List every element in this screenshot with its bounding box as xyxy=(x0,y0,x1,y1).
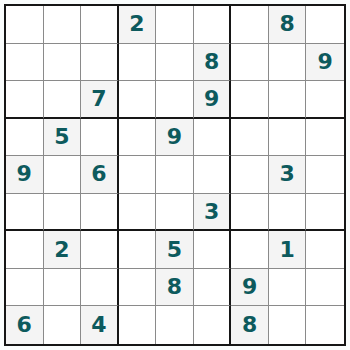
cell-r7c4-empty[interactable] xyxy=(119,231,157,269)
cell-r2c6-given: 8 xyxy=(194,44,232,82)
cell-r6c9-empty[interactable] xyxy=(306,194,344,232)
cell-r9c8-empty[interactable] xyxy=(269,306,307,344)
cell-r4c9-empty[interactable] xyxy=(306,119,344,157)
cell-r1c5-empty[interactable] xyxy=(156,6,194,44)
cell-r8c1-empty[interactable] xyxy=(6,269,44,307)
sudoku-board: 28897959963325189648 xyxy=(4,4,346,346)
cell-r9c3-given: 4 xyxy=(81,306,119,344)
cell-r4c4-empty[interactable] xyxy=(119,119,157,157)
cell-r1c7-empty[interactable] xyxy=(231,6,269,44)
cell-r4c1-empty[interactable] xyxy=(6,119,44,157)
cell-r5c7-empty[interactable] xyxy=(231,156,269,194)
cell-r6c8-empty[interactable] xyxy=(269,194,307,232)
cell-r2c9-given: 9 xyxy=(306,44,344,82)
cell-r3c5-empty[interactable] xyxy=(156,81,194,119)
cell-r9c4-empty[interactable] xyxy=(119,306,157,344)
cell-r9c9-empty[interactable] xyxy=(306,306,344,344)
cell-r6c5-empty[interactable] xyxy=(156,194,194,232)
cell-r8c7-given: 9 xyxy=(231,269,269,307)
cell-r9c2-empty[interactable] xyxy=(44,306,82,344)
cell-r5c4-empty[interactable] xyxy=(119,156,157,194)
cell-r3c2-empty[interactable] xyxy=(44,81,82,119)
cell-r7c5-given: 5 xyxy=(156,231,194,269)
cell-r3c9-empty[interactable] xyxy=(306,81,344,119)
cell-r7c9-empty[interactable] xyxy=(306,231,344,269)
cell-r2c5-empty[interactable] xyxy=(156,44,194,82)
cell-r1c9-empty[interactable] xyxy=(306,6,344,44)
cell-r6c4-empty[interactable] xyxy=(119,194,157,232)
cell-r6c1-empty[interactable] xyxy=(6,194,44,232)
cell-r2c7-empty[interactable] xyxy=(231,44,269,82)
cell-r3c7-empty[interactable] xyxy=(231,81,269,119)
cell-r3c8-empty[interactable] xyxy=(269,81,307,119)
cell-r9c1-given: 6 xyxy=(6,306,44,344)
cell-r2c3-empty[interactable] xyxy=(81,44,119,82)
cell-r8c8-empty[interactable] xyxy=(269,269,307,307)
cell-r1c1-empty[interactable] xyxy=(6,6,44,44)
cell-r5c5-empty[interactable] xyxy=(156,156,194,194)
cell-r3c6-given: 9 xyxy=(194,81,232,119)
cell-r3c1-empty[interactable] xyxy=(6,81,44,119)
cell-r5c3-given: 6 xyxy=(81,156,119,194)
cell-r1c4-given: 2 xyxy=(119,6,157,44)
cell-r2c2-empty[interactable] xyxy=(44,44,82,82)
cell-r4c6-empty[interactable] xyxy=(194,119,232,157)
cell-r4c7-empty[interactable] xyxy=(231,119,269,157)
cell-r7c1-empty[interactable] xyxy=(6,231,44,269)
cell-r8c2-empty[interactable] xyxy=(44,269,82,307)
cell-r6c3-empty[interactable] xyxy=(81,194,119,232)
cell-r3c4-empty[interactable] xyxy=(119,81,157,119)
cell-r5c8-given: 3 xyxy=(269,156,307,194)
cell-r4c5-given: 9 xyxy=(156,119,194,157)
cell-r7c2-given: 2 xyxy=(44,231,82,269)
cell-r7c8-given: 1 xyxy=(269,231,307,269)
cell-r1c3-empty[interactable] xyxy=(81,6,119,44)
cell-r9c5-empty[interactable] xyxy=(156,306,194,344)
cell-r8c3-empty[interactable] xyxy=(81,269,119,307)
cell-r3c3-given: 7 xyxy=(81,81,119,119)
cell-r4c3-empty[interactable] xyxy=(81,119,119,157)
cell-r6c7-empty[interactable] xyxy=(231,194,269,232)
cell-r8c6-empty[interactable] xyxy=(194,269,232,307)
cell-r6c6-given: 3 xyxy=(194,194,232,232)
cell-r5c2-empty[interactable] xyxy=(44,156,82,194)
cell-r1c2-empty[interactable] xyxy=(44,6,82,44)
cell-r1c6-empty[interactable] xyxy=(194,6,232,44)
cell-r5c6-empty[interactable] xyxy=(194,156,232,194)
cell-r5c9-empty[interactable] xyxy=(306,156,344,194)
cell-r4c8-empty[interactable] xyxy=(269,119,307,157)
cell-r7c7-empty[interactable] xyxy=(231,231,269,269)
cell-r8c5-given: 8 xyxy=(156,269,194,307)
cell-r8c4-empty[interactable] xyxy=(119,269,157,307)
cell-r5c1-given: 9 xyxy=(6,156,44,194)
cell-r2c4-empty[interactable] xyxy=(119,44,157,82)
cell-r1c8-given: 8 xyxy=(269,6,307,44)
cell-r7c3-empty[interactable] xyxy=(81,231,119,269)
cell-r8c9-empty[interactable] xyxy=(306,269,344,307)
cell-r7c6-empty[interactable] xyxy=(194,231,232,269)
sudoku-page: 28897959963325189648 xyxy=(0,0,350,350)
cell-r6c2-empty[interactable] xyxy=(44,194,82,232)
cell-r2c1-empty[interactable] xyxy=(6,44,44,82)
cell-r9c6-empty[interactable] xyxy=(194,306,232,344)
cell-r4c2-given: 5 xyxy=(44,119,82,157)
cell-r9c7-given: 8 xyxy=(231,306,269,344)
cell-r2c8-empty[interactable] xyxy=(269,44,307,82)
